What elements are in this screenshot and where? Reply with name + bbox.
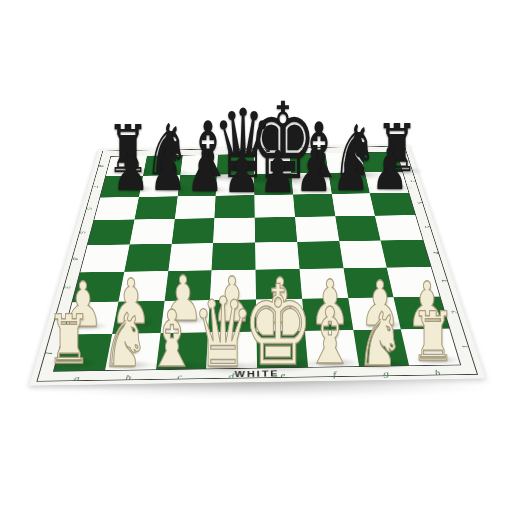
piece-d7-black-pawn[interactable]: ♟ (223, 143, 260, 201)
piece-e1-white-king[interactable]: ♚ (242, 271, 313, 381)
piece-f1-white-bishop[interactable]: ♝ (305, 297, 355, 375)
piece-b7-black-pawn[interactable]: ♟ (149, 141, 186, 199)
piece-f7-black-pawn[interactable]: ♟ (295, 142, 332, 200)
piece-c1-white-bishop[interactable]: ♝ (147, 300, 197, 378)
piece-e7-black-pawn[interactable]: ♟ (259, 143, 296, 201)
piece-h7-black-pawn[interactable]: ♟ (371, 140, 408, 198)
piece-g1-white-knight[interactable]: ♞ (356, 302, 404, 376)
piece-g7-black-pawn[interactable]: ♟ (332, 141, 369, 199)
piece-layer: ♜♞♝♛♚♝♞♜♟♟♟♟♟♟♟♟♟♟♟♟♟♟♟♟♜♞♝♛♚♝♞♜ (0, 0, 510, 510)
piece-b1-white-knight[interactable]: ♞ (101, 303, 149, 377)
piece-h1-white-rook[interactable]: ♜ (411, 303, 455, 371)
piece-a1-white-rook[interactable]: ♜ (47, 306, 91, 374)
product-photo-stage: abcdefgh WHITE BLACK 87654321 87654321 ♜… (0, 0, 510, 510)
piece-c7-black-pawn[interactable]: ♟ (186, 142, 223, 200)
piece-a7-black-pawn[interactable]: ♟ (112, 141, 149, 199)
